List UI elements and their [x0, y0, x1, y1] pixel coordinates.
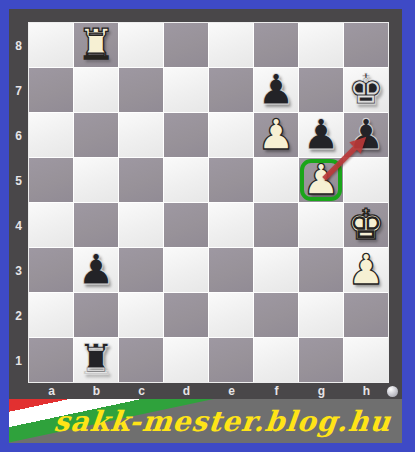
footer-banner: sakk-mester.blog.hu — [9, 399, 402, 443]
white-pawn: ♟ — [347, 248, 385, 292]
board-square[interactable] — [164, 68, 208, 112]
black-pawn: ♟ — [77, 248, 115, 292]
board-square[interactable]: ♟ — [254, 68, 298, 112]
board-square[interactable] — [119, 293, 163, 337]
board-square[interactable] — [119, 23, 163, 67]
board-square[interactable]: ♜ — [74, 23, 118, 67]
white-king: ♚ — [347, 203, 385, 247]
board-square[interactable] — [119, 338, 163, 382]
board-square[interactable] — [119, 68, 163, 112]
board-square[interactable]: ♟ — [254, 113, 298, 157]
file-label: f — [254, 383, 299, 399]
board-square[interactable] — [209, 113, 253, 157]
board-square[interactable] — [344, 293, 388, 337]
rank-label: 3 — [9, 248, 28, 293]
file-label: e — [209, 383, 254, 399]
file-label: g — [299, 383, 344, 399]
board-square[interactable] — [344, 158, 388, 202]
board-frame: 87654321 ♜♟♚♟♟♟♟♚♟♟♜ abcdefgh sakk-meste… — [9, 9, 402, 443]
board-square[interactable]: ♟ — [299, 158, 343, 202]
board-square[interactable] — [119, 248, 163, 292]
rank-label: 6 — [9, 113, 28, 158]
board-square[interactable] — [29, 113, 73, 157]
board-square[interactable] — [164, 338, 208, 382]
board-square[interactable] — [299, 248, 343, 292]
board-square[interactable] — [74, 293, 118, 337]
file-label: d — [164, 383, 209, 399]
board-square[interactable]: ♟ — [344, 113, 388, 157]
board-square[interactable] — [254, 23, 298, 67]
board-square[interactable] — [29, 158, 73, 202]
black-pawn: ♟ — [257, 68, 295, 112]
board-square[interactable] — [299, 338, 343, 382]
rank-label: 8 — [9, 23, 28, 68]
board-square[interactable] — [74, 113, 118, 157]
board-square[interactable] — [209, 248, 253, 292]
board-square[interactable] — [29, 293, 73, 337]
chess-board: ♜♟♚♟♟♟♟♚♟♟♜ — [28, 22, 389, 383]
board-square[interactable] — [29, 68, 73, 112]
black-rook: ♜ — [77, 338, 115, 382]
board-square[interactable]: ♚ — [344, 68, 388, 112]
rank-label: 5 — [9, 158, 28, 203]
board-square[interactable] — [209, 158, 253, 202]
board-square[interactable] — [119, 158, 163, 202]
board-square[interactable] — [164, 158, 208, 202]
white-pawn: ♟ — [302, 158, 340, 202]
board-square[interactable] — [119, 113, 163, 157]
rank-labels: 87654321 — [9, 22, 28, 383]
board-square[interactable] — [254, 338, 298, 382]
rank-label: 1 — [9, 338, 28, 383]
board-square[interactable]: ♚ — [344, 203, 388, 247]
board-square[interactable]: ♜ — [74, 338, 118, 382]
board-window: 87654321 ♜♟♚♟♟♟♟♚♟♟♜ abcdefgh sakk-meste… — [0, 0, 415, 452]
board-square[interactable] — [209, 68, 253, 112]
rank-label: 4 — [9, 203, 28, 248]
file-label: b — [74, 383, 119, 399]
corner-ball-icon — [387, 386, 398, 397]
board-square[interactable] — [29, 203, 73, 247]
board-square[interactable] — [74, 203, 118, 247]
board-square[interactable] — [299, 23, 343, 67]
board-square[interactable] — [344, 338, 388, 382]
white-rook: ♜ — [77, 23, 115, 67]
board-square[interactable] — [299, 68, 343, 112]
board-square[interactable] — [29, 23, 73, 67]
board-square[interactable] — [209, 203, 253, 247]
blog-watermark: sakk-mester.blog.hu — [52, 405, 392, 438]
board-square[interactable] — [164, 113, 208, 157]
file-label: h — [344, 383, 389, 399]
rank-label: 7 — [9, 68, 28, 113]
board-square[interactable] — [74, 158, 118, 202]
board-square[interactable] — [74, 68, 118, 112]
rank-label: 2 — [9, 293, 28, 338]
board-square[interactable] — [164, 203, 208, 247]
board-square[interactable] — [209, 23, 253, 67]
board-square[interactable] — [119, 203, 163, 247]
white-pawn: ♟ — [257, 113, 295, 157]
board-square[interactable] — [254, 158, 298, 202]
board-square[interactable]: ♟ — [299, 113, 343, 157]
board-square[interactable] — [164, 293, 208, 337]
board-square[interactable] — [254, 203, 298, 247]
board-square[interactable] — [29, 248, 73, 292]
board-square[interactable] — [164, 23, 208, 67]
black-king: ♚ — [347, 68, 385, 112]
file-label: a — [29, 383, 74, 399]
board-square[interactable] — [209, 293, 253, 337]
board-square[interactable] — [344, 23, 388, 67]
board-square[interactable] — [209, 338, 253, 382]
black-pawn: ♟ — [347, 113, 385, 157]
file-label: c — [119, 383, 164, 399]
board-square[interactable] — [254, 293, 298, 337]
board-square[interactable]: ♟ — [344, 248, 388, 292]
board-square[interactable] — [299, 203, 343, 247]
board-square[interactable] — [164, 248, 208, 292]
board-square[interactable]: ♟ — [74, 248, 118, 292]
black-pawn: ♟ — [302, 113, 340, 157]
file-labels: abcdefgh — [28, 383, 389, 399]
board-square[interactable] — [299, 293, 343, 337]
board-square[interactable] — [254, 248, 298, 292]
board-square[interactable] — [29, 338, 73, 382]
